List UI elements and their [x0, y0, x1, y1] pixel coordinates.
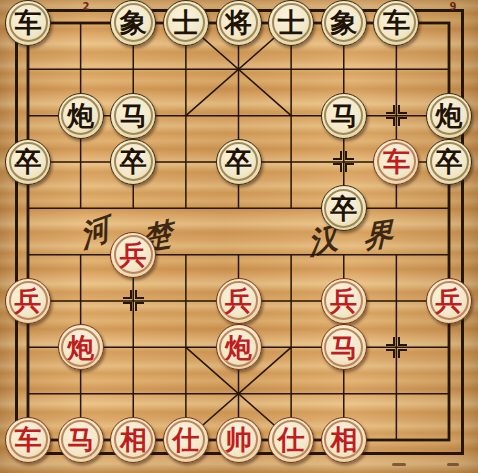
board-point-5-9[interactable]	[212, 370, 265, 416]
board-point-6-2[interactable]	[265, 46, 318, 92]
board-point-9-4[interactable]: 卒	[423, 139, 476, 185]
board-point-3-3[interactable]: 马	[107, 92, 160, 138]
board-point-2-8[interactable]: 炮	[54, 324, 107, 370]
piece-glyph: 仕	[172, 426, 199, 453]
piece-glyph: 马	[330, 102, 357, 129]
piece-red-soldier[interactable]: 兵	[321, 278, 367, 324]
piece-red-soldier[interactable]: 兵	[216, 278, 262, 324]
board-point-9-7[interactable]: 兵	[423, 278, 476, 324]
board-point-9-10[interactable]	[423, 417, 476, 463]
board-point-5-5[interactable]	[212, 185, 265, 231]
piece-glyph: 将	[225, 9, 252, 36]
board-point-4-9[interactable]	[160, 370, 213, 416]
board-point-5-8[interactable]: 炮	[212, 324, 265, 370]
point-marker	[333, 151, 354, 172]
board-point-2-7[interactable]	[54, 278, 107, 324]
piece-black-elephant[interactable]: 象	[321, 0, 367, 46]
board-point-1-5[interactable]	[2, 185, 55, 231]
board-point-8-6[interactable]	[370, 231, 423, 277]
board-point-9-2[interactable]	[423, 46, 476, 92]
piece-glyph: 车	[15, 9, 42, 36]
board-point-4-2[interactable]	[160, 46, 213, 92]
board-point-7-5[interactable]: 卒	[317, 185, 370, 231]
board-point-9-8[interactable]	[423, 324, 476, 370]
piece-glyph: 象	[120, 9, 147, 36]
board-point-5-6[interactable]	[212, 231, 265, 277]
board-point-2-9[interactable]	[54, 370, 107, 416]
piece-glyph: 炮	[67, 102, 94, 129]
board-point-6-9[interactable]	[265, 370, 318, 416]
board-point-4-1[interactable]: 士	[160, 0, 213, 46]
piece-red-general[interactable]: 帅	[216, 417, 262, 463]
board-point-8-7[interactable]	[370, 278, 423, 324]
watermark-mark	[392, 463, 406, 466]
piece-black-soldier[interactable]: 卒	[426, 139, 472, 185]
board-point-5-2[interactable]	[212, 46, 265, 92]
board-point-4-5[interactable]	[160, 185, 213, 231]
board-point-1-2[interactable]	[2, 46, 55, 92]
board-point-2-5[interactable]	[54, 185, 107, 231]
board-point-7-9[interactable]	[317, 370, 370, 416]
board-point-8-8[interactable]	[370, 324, 423, 370]
piece-glyph: 车	[383, 9, 410, 36]
piece-black-horse[interactable]: 马	[110, 93, 156, 139]
piece-red-elephant[interactable]: 相	[321, 417, 367, 463]
piece-red-soldier[interactable]: 兵	[426, 278, 472, 324]
piece-red-cannon[interactable]: 炮	[216, 324, 262, 370]
board-point-3-4[interactable]: 卒	[107, 139, 160, 185]
board-point-9-6[interactable]	[423, 231, 476, 277]
board-point-3-6[interactable]: 兵	[107, 231, 160, 277]
piece-red-soldier[interactable]: 兵	[110, 232, 156, 278]
piece-red-advisor[interactable]: 仕	[268, 417, 314, 463]
piece-glyph: 相	[120, 426, 147, 453]
board-point-8-4[interactable]: 车	[370, 139, 423, 185]
board-point-4-8[interactable]	[160, 324, 213, 370]
board-point-2-2[interactable]	[54, 46, 107, 92]
piece-black-soldier[interactable]: 卒	[110, 139, 156, 185]
board-point-8-1[interactable]: 车	[370, 0, 423, 46]
piece-red-advisor[interactable]: 仕	[163, 417, 209, 463]
board-point-4-10[interactable]: 仕	[160, 417, 213, 463]
board-point-5-4[interactable]: 卒	[212, 139, 265, 185]
piece-glyph: 卒	[120, 148, 147, 175]
board-point-9-9[interactable]	[423, 370, 476, 416]
board-point-6-10[interactable]: 仕	[265, 417, 318, 463]
board-point-1-9[interactable]	[2, 370, 55, 416]
piece-red-chariot[interactable]: 车	[373, 139, 419, 185]
piece-glyph: 兵	[15, 287, 42, 314]
piece-red-elephant[interactable]: 相	[110, 417, 156, 463]
piece-black-advisor[interactable]: 士	[163, 0, 209, 46]
board-point-7-8[interactable]: 马	[317, 324, 370, 370]
piece-black-chariot[interactable]: 车	[5, 0, 51, 46]
piece-black-soldier[interactable]: 卒	[321, 185, 367, 231]
board-point-3-1[interactable]: 象	[107, 0, 160, 46]
piece-glyph: 兵	[225, 287, 252, 314]
piece-glyph: 车	[15, 426, 42, 453]
piece-glyph: 卒	[436, 148, 463, 175]
piece-red-soldier[interactable]: 兵	[5, 278, 51, 324]
piece-black-cannon[interactable]: 炮	[426, 93, 472, 139]
board-point-4-6[interactable]	[160, 231, 213, 277]
piece-glyph: 相	[330, 426, 357, 453]
piece-glyph: 兵	[120, 241, 147, 268]
board-point-1-8[interactable]	[2, 324, 55, 370]
piece-glyph: 炮	[225, 334, 252, 361]
board-point-7-10[interactable]: 相	[317, 417, 370, 463]
board-point-2-4[interactable]	[54, 139, 107, 185]
board-point-1-1[interactable]: 车	[2, 0, 55, 46]
piece-glyph: 车	[383, 148, 410, 175]
board-point-1-7[interactable]: 兵	[2, 278, 55, 324]
piece-glyph: 仕	[278, 426, 305, 453]
board-point-6-4[interactable]	[265, 139, 318, 185]
board-points-grid: 车象士将士象车炮马马炮卒卒卒车卒卒兵兵兵兵兵炮炮马车马相仕帅仕相	[2, 0, 476, 463]
board-point-5-10[interactable]: 帅	[212, 417, 265, 463]
piece-black-horse[interactable]: 马	[321, 93, 367, 139]
piece-black-soldier[interactable]: 卒	[216, 139, 262, 185]
piece-glyph: 马	[330, 334, 357, 361]
piece-glyph: 士	[278, 9, 305, 36]
board-point-5-7[interactable]: 兵	[212, 278, 265, 324]
board-point-8-10[interactable]	[370, 417, 423, 463]
board-point-1-10[interactable]: 车	[2, 417, 55, 463]
board-point-7-7[interactable]: 兵	[317, 278, 370, 324]
board-point-5-1[interactable]: 将	[212, 0, 265, 46]
piece-glyph: 马	[120, 102, 147, 129]
board-point-8-2[interactable]	[370, 46, 423, 92]
board-point-8-3[interactable]	[370, 92, 423, 138]
piece-black-elephant[interactable]: 象	[110, 0, 156, 46]
board-point-9-5[interactable]	[423, 185, 476, 231]
board-point-2-1[interactable]	[54, 0, 107, 46]
piece-red-horse[interactable]: 马	[321, 324, 367, 370]
piece-red-chariot[interactable]: 车	[5, 417, 51, 463]
board-point-2-10[interactable]: 马	[54, 417, 107, 463]
piece-black-advisor[interactable]: 士	[268, 0, 314, 46]
watermark-mark	[447, 463, 459, 466]
piece-glyph: 象	[330, 9, 357, 36]
xiangqi-board: 车象士将士象车炮马马炮卒卒卒车卒卒兵兵兵兵兵炮炮马车马相仕帅仕相 河楚汉界29	[0, 0, 478, 473]
piece-black-cannon[interactable]: 炮	[58, 93, 104, 139]
piece-glyph: 帅	[225, 426, 252, 453]
point-marker	[386, 105, 407, 126]
board-point-6-8[interactable]	[265, 324, 318, 370]
piece-glyph: 卒	[15, 148, 42, 175]
board-point-6-1[interactable]: 士	[265, 0, 318, 46]
board-point-3-5[interactable]	[107, 185, 160, 231]
piece-glyph: 炮	[436, 102, 463, 129]
board-point-7-1[interactable]: 象	[317, 0, 370, 46]
board-point-2-3[interactable]: 炮	[54, 92, 107, 138]
piece-black-chariot[interactable]: 车	[373, 0, 419, 46]
board-point-9-3[interactable]: 炮	[423, 92, 476, 138]
board-point-3-7[interactable]	[107, 278, 160, 324]
piece-glyph: 卒	[225, 148, 252, 175]
piece-glyph: 兵	[330, 287, 357, 314]
board-point-6-5[interactable]	[265, 185, 318, 231]
board-point-1-4[interactable]: 卒	[2, 139, 55, 185]
board-point-7-4[interactable]	[317, 139, 370, 185]
file-label: 9	[450, 1, 457, 12]
piece-glyph: 卒	[330, 195, 357, 222]
piece-glyph: 士	[172, 9, 199, 36]
board-point-4-7[interactable]	[160, 278, 213, 324]
piece-red-cannon[interactable]: 炮	[58, 324, 104, 370]
board-point-3-2[interactable]	[107, 46, 160, 92]
piece-glyph: 马	[67, 426, 94, 453]
piece-glyph: 炮	[67, 334, 94, 361]
board-point-2-6[interactable]	[54, 231, 107, 277]
board-point-8-9[interactable]	[370, 370, 423, 416]
board-point-7-2[interactable]	[317, 46, 370, 92]
point-marker	[123, 290, 144, 311]
board-point-1-3[interactable]	[2, 92, 55, 138]
board-point-8-5[interactable]	[370, 185, 423, 231]
board-point-6-6[interactable]	[265, 231, 318, 277]
piece-black-general[interactable]: 将	[216, 0, 262, 46]
board-point-1-6[interactable]	[2, 231, 55, 277]
piece-glyph: 兵	[436, 287, 463, 314]
board-point-3-8[interactable]	[107, 324, 160, 370]
board-point-3-9[interactable]	[107, 370, 160, 416]
board-point-6-7[interactable]	[265, 278, 318, 324]
board-point-3-10[interactable]: 相	[107, 417, 160, 463]
board-point-4-4[interactable]	[160, 139, 213, 185]
board-point-6-3[interactable]	[265, 92, 318, 138]
board-point-4-3[interactable]	[160, 92, 213, 138]
board-point-7-6[interactable]	[317, 231, 370, 277]
piece-black-soldier[interactable]: 卒	[5, 139, 51, 185]
board-point-5-3[interactable]	[212, 92, 265, 138]
piece-red-horse[interactable]: 马	[58, 417, 104, 463]
point-marker	[386, 337, 407, 358]
file-label: 2	[83, 1, 90, 12]
board-point-7-3[interactable]: 马	[317, 92, 370, 138]
